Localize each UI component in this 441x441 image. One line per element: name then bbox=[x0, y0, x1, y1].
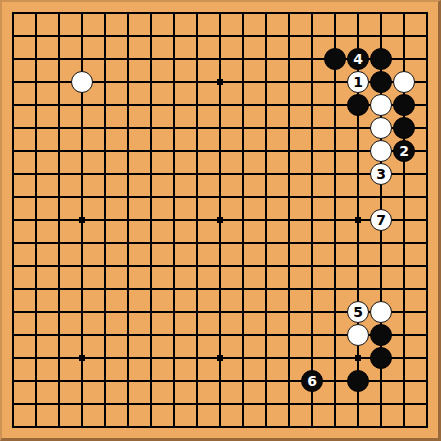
black-stone bbox=[393, 117, 415, 139]
star-point bbox=[355, 217, 361, 223]
black-stone bbox=[370, 71, 392, 93]
black-stone bbox=[370, 48, 392, 70]
white-stone bbox=[370, 140, 392, 162]
white-stone bbox=[370, 94, 392, 116]
star-point bbox=[79, 217, 85, 223]
star-point bbox=[355, 355, 361, 361]
black-stone-move-6: 6 bbox=[301, 370, 323, 392]
white-stone-move-7: 7 bbox=[370, 209, 392, 231]
black-stone bbox=[370, 324, 392, 346]
white-stone-move-3: 3 bbox=[370, 163, 392, 185]
star-point bbox=[217, 217, 223, 223]
go-board: 4123756 bbox=[0, 0, 441, 441]
black-stone bbox=[393, 94, 415, 116]
black-stone bbox=[347, 370, 369, 392]
star-point bbox=[217, 79, 223, 85]
star-point bbox=[217, 355, 223, 361]
white-stone bbox=[370, 301, 392, 323]
white-stone-move-5: 5 bbox=[347, 301, 369, 323]
white-stone bbox=[393, 71, 415, 93]
black-stone bbox=[347, 94, 369, 116]
white-stone bbox=[347, 324, 369, 346]
white-stone bbox=[71, 71, 93, 93]
black-stone-move-4: 4 bbox=[347, 48, 369, 70]
black-stone bbox=[324, 48, 346, 70]
black-stone-move-2: 2 bbox=[393, 140, 415, 162]
star-point bbox=[79, 355, 85, 361]
white-stone bbox=[370, 117, 392, 139]
black-stone bbox=[370, 347, 392, 369]
white-stone-move-1: 1 bbox=[347, 71, 369, 93]
